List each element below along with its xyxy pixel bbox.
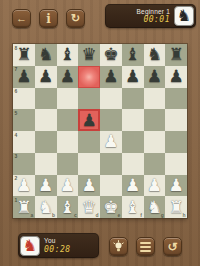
file-label-e: e — [117, 212, 120, 218]
file-label-h: h — [182, 212, 185, 218]
square-b5[interactable] — [35, 109, 57, 131]
piece-black-pawn[interactable]: ♟ — [82, 112, 97, 129]
square-f3[interactable] — [122, 153, 144, 175]
piece-black-rook[interactable]: ♜ — [169, 46, 184, 63]
piece-black-pawn[interactable]: ♟ — [169, 68, 184, 85]
square-g3[interactable] — [144, 153, 166, 175]
opponent-panel: Beginner 1 00:01 ♞ — [105, 4, 196, 28]
square-d5[interactable]: ♟ — [78, 109, 100, 131]
square-a6[interactable]: 6 — [13, 88, 35, 110]
square-d6[interactable] — [78, 88, 100, 110]
piece-black-bishop[interactable]: ♝ — [60, 46, 75, 63]
piece-white-king[interactable]: ♚ — [103, 199, 118, 216]
back-button[interactable]: ← — [12, 9, 31, 28]
black-knight-icon: ♞ — [177, 8, 191, 24]
menu-bars-icon — [140, 242, 151, 252]
rotate-board-button[interactable]: ↻ — [66, 9, 85, 28]
info-button[interactable]: i — [39, 9, 58, 28]
square-d2[interactable]: ♟ — [78, 175, 100, 197]
square-f7[interactable]: ♟ — [122, 66, 144, 88]
piece-white-pawn[interactable]: ♟ — [125, 177, 140, 194]
rank-label-4: 4 — [15, 132, 18, 138]
piece-white-rook[interactable]: ♜ — [16, 199, 31, 216]
square-e8[interactable]: ♚ — [100, 44, 122, 66]
square-b8[interactable]: ♞ — [35, 44, 57, 66]
hint-button[interactable] — [109, 237, 128, 256]
square-g1[interactable]: g♞ — [144, 196, 166, 218]
square-h8[interactable]: ♜ — [165, 44, 187, 66]
square-c4[interactable] — [57, 131, 79, 153]
square-c8[interactable]: ♝ — [57, 44, 79, 66]
square-a2[interactable]: 2♟ — [13, 175, 35, 197]
piece-black-rook[interactable]: ♜ — [16, 46, 31, 63]
square-d1[interactable]: d♛ — [78, 196, 100, 218]
piece-white-pawn[interactable]: ♟ — [38, 177, 53, 194]
square-a1[interactable]: 1a♜ — [13, 196, 35, 218]
square-e4[interactable]: ♟ — [100, 131, 122, 153]
rank-label-5: 5 — [15, 110, 18, 116]
chess-app-screen: ← i ↻ Beginner 1 00:01 ♞ 8♜♞♝♛♚♝♞♜7♟♟♟♟♟… — [0, 0, 200, 266]
piece-black-king[interactable]: ♚ — [103, 46, 118, 63]
piece-white-pawn[interactable]: ♟ — [103, 133, 118, 150]
square-h1[interactable]: h♜ — [165, 196, 187, 218]
square-b2[interactable]: ♟ — [35, 175, 57, 197]
square-g4[interactable] — [144, 131, 166, 153]
square-c1[interactable]: c♝ — [57, 196, 79, 218]
square-e1[interactable]: e♚ — [100, 196, 122, 218]
square-d7[interactable] — [78, 66, 100, 88]
square-b4[interactable] — [35, 131, 57, 153]
square-d4[interactable] — [78, 131, 100, 153]
rank-label-3: 3 — [15, 153, 18, 159]
piece-black-knight[interactable]: ♞ — [38, 46, 53, 63]
square-c3[interactable] — [57, 153, 79, 175]
rank-label-2: 2 — [15, 175, 18, 181]
square-h5[interactable] — [165, 109, 187, 131]
piece-black-pawn[interactable]: ♟ — [38, 68, 53, 85]
piece-white-pawn[interactable]: ♟ — [16, 177, 31, 194]
square-c5[interactable] — [57, 109, 79, 131]
opponent-clock: 00:01 — [137, 15, 170, 24]
square-b6[interactable] — [35, 88, 57, 110]
lightbulb-icon — [112, 240, 125, 253]
square-c2[interactable]: ♟ — [57, 175, 79, 197]
square-e5[interactable] — [100, 109, 122, 131]
file-label-d: d — [95, 212, 98, 218]
square-b3[interactable] — [35, 153, 57, 175]
square-a5[interactable]: 5 — [13, 109, 35, 131]
piece-white-pawn[interactable]: ♟ — [147, 177, 162, 194]
piece-white-pawn[interactable]: ♟ — [60, 177, 75, 194]
file-label-g: g — [161, 212, 164, 218]
square-d8[interactable]: ♛ — [78, 44, 100, 66]
square-g7[interactable]: ♟ — [144, 66, 166, 88]
square-c6[interactable] — [57, 88, 79, 110]
piece-white-pawn[interactable]: ♟ — [169, 177, 184, 194]
opponent-avatar: ♞ — [174, 6, 194, 26]
rotate-icon: ↻ — [71, 13, 80, 24]
file-label-c: c — [74, 212, 77, 218]
piece-black-knight[interactable]: ♞ — [147, 46, 162, 63]
piece-black-pawn[interactable]: ♟ — [125, 68, 140, 85]
file-label-f: f — [140, 212, 142, 218]
info-icon: i — [46, 13, 51, 25]
square-f1[interactable]: f♝ — [122, 196, 144, 218]
undo-arrow-icon: ↺ — [167, 241, 177, 253]
square-d3[interactable] — [78, 153, 100, 175]
square-g8[interactable]: ♞ — [144, 44, 166, 66]
player-panel: ♞ You 00:28 — [18, 233, 99, 258]
square-f8[interactable]: ♝ — [122, 44, 144, 66]
red-knight-icon: ♞ — [23, 238, 37, 254]
file-label-a: a — [30, 212, 33, 218]
square-a3[interactable]: 3 — [13, 153, 35, 175]
opponent-name: Beginner 1 — [137, 8, 170, 15]
piece-black-pawn[interactable]: ♟ — [103, 68, 118, 85]
square-f4[interactable] — [122, 131, 144, 153]
square-g6[interactable] — [144, 88, 166, 110]
square-h4[interactable] — [165, 131, 187, 153]
square-g2[interactable]: ♟ — [144, 175, 166, 197]
file-label-b: b — [52, 212, 55, 218]
square-a7[interactable]: 7♟ — [13, 66, 35, 88]
square-e3[interactable] — [100, 153, 122, 175]
rank-label-7: 7 — [15, 66, 18, 72]
piece-white-pawn[interactable]: ♟ — [82, 177, 97, 194]
piece-black-bishop[interactable]: ♝ — [125, 46, 140, 63]
square-e7[interactable]: ♟ — [100, 66, 122, 88]
square-f6[interactable] — [122, 88, 144, 110]
board: 8♜♞♝♛♚♝♞♜7♟♟♟♟♟♟♟65♟4♟32♟♟♟♟♟♟♟1a♜b♞c♝d♛… — [13, 44, 187, 218]
player-avatar: ♞ — [20, 236, 40, 256]
square-a4[interactable]: 4 — [13, 131, 35, 153]
piece-black-pawn[interactable]: ♟ — [147, 68, 162, 85]
square-e2[interactable] — [100, 175, 122, 197]
square-b7[interactable]: ♟ — [35, 66, 57, 88]
square-e6[interactable] — [100, 88, 122, 110]
menu-button[interactable] — [136, 237, 155, 256]
square-h3[interactable] — [165, 153, 187, 175]
piece-black-pawn[interactable]: ♟ — [16, 68, 31, 85]
square-a8[interactable]: 8♜ — [13, 44, 35, 66]
square-b1[interactable]: b♞ — [35, 196, 57, 218]
rank-label-8: 8 — [15, 45, 18, 51]
square-f5[interactable] — [122, 109, 144, 131]
square-h2[interactable]: ♟ — [165, 175, 187, 197]
piece-black-queen[interactable]: ♛ — [82, 46, 97, 63]
rank-label-1: 1 — [15, 197, 18, 203]
undo-button[interactable]: ↺ — [163, 237, 182, 256]
square-h7[interactable]: ♟ — [165, 66, 187, 88]
back-arrow-icon: ← — [16, 13, 27, 24]
player-clock: 00:28 — [44, 245, 71, 254]
piece-white-bishop[interactable]: ♝ — [60, 199, 75, 216]
rank-label-6: 6 — [15, 88, 18, 94]
square-f2[interactable]: ♟ — [122, 175, 144, 197]
square-h6[interactable] — [165, 88, 187, 110]
player-name: You — [44, 237, 71, 244]
square-g5[interactable] — [144, 109, 166, 131]
square-c7[interactable]: ♟ — [57, 66, 79, 88]
piece-white-bishop[interactable]: ♝ — [125, 199, 140, 216]
piece-black-pawn[interactable]: ♟ — [60, 68, 75, 85]
